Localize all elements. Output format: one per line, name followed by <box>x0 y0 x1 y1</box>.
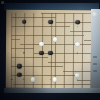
stones-grid <box>8 10 91 88</box>
window-right-scrollbar[interactable] <box>91 9 100 89</box>
white-stone <box>75 73 80 78</box>
hoshi-point <box>50 26 51 27</box>
black-stone <box>75 20 80 25</box>
hoshi-point <box>23 52 24 53</box>
white-stone <box>39 42 44 47</box>
scrollbar-mark <box>93 63 97 65</box>
scrollbar-mark <box>93 56 97 58</box>
black-stone <box>48 20 53 25</box>
black-stone <box>22 19 27 24</box>
monitor-photo <box>0 0 100 100</box>
white-stone <box>53 37 58 42</box>
white-stone <box>75 42 80 47</box>
hoshi-point <box>23 25 24 26</box>
screen-content <box>0 0 100 100</box>
black-stone <box>17 73 22 78</box>
window-icon <box>1 1 4 4</box>
window-bottom-frame <box>4 88 100 93</box>
hoshi-point <box>77 26 78 27</box>
screen-glare <box>92 11 97 17</box>
go-board[interactable] <box>6 10 92 89</box>
white-stone <box>52 77 57 82</box>
black-stone <box>39 51 44 56</box>
white-stone <box>30 77 35 82</box>
scrollbar-mark <box>93 70 97 72</box>
black-stone <box>17 64 22 69</box>
hoshi-point <box>23 79 24 80</box>
hoshi-point <box>76 79 77 80</box>
hoshi-point <box>77 52 78 53</box>
hoshi-point <box>50 79 51 80</box>
black-stone <box>48 51 53 56</box>
